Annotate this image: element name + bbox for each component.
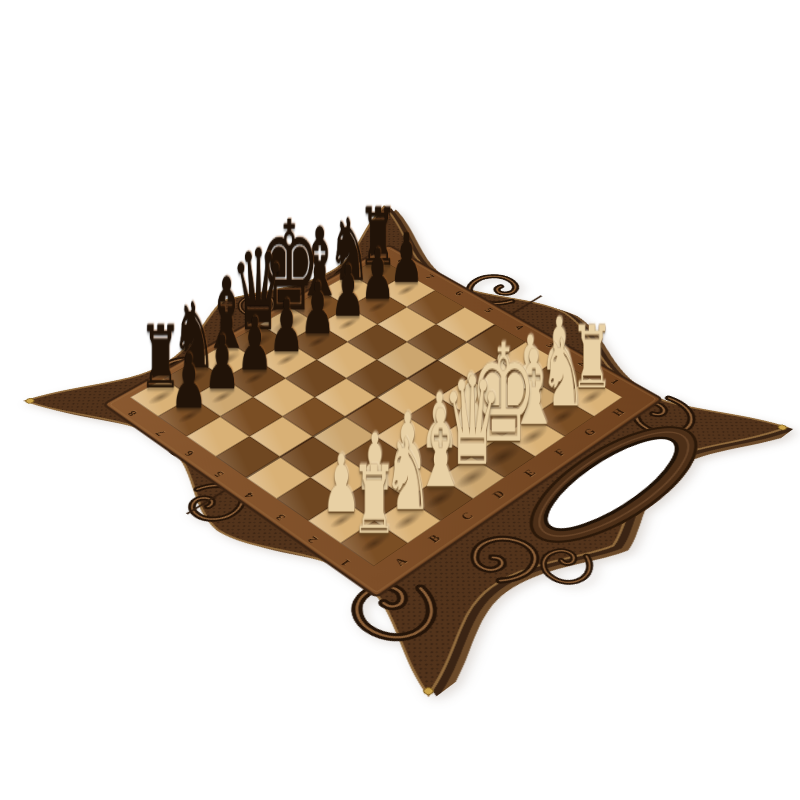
black-pawn[interactable]: ♟ bbox=[361, 240, 395, 310]
photo-scene: 87654321 87654321 ABCDEFGH ♜♞♝♛♚♝♞♜♟♟♟♟♟… bbox=[0, 0, 800, 800]
white-rook[interactable]: ♜ bbox=[351, 453, 397, 547]
black-pawn[interactable]: ♟ bbox=[237, 308, 273, 381]
black-pawn[interactable]: ♟ bbox=[331, 256, 366, 327]
black-pawn[interactable]: ♟ bbox=[300, 273, 335, 345]
black-pawn[interactable]: ♟ bbox=[204, 326, 240, 400]
chess-backgammon-case: 87654321 87654321 ABCDEFGH ♜♞♝♛♚♝♞♜♟♟♟♟♟… bbox=[17, 202, 795, 702]
product-photo: 87654321 87654321 ABCDEFGH ♜♞♝♛♚♝♞♜♟♟♟♟♟… bbox=[0, 0, 800, 800]
black-pawn[interactable]: ♟ bbox=[269, 290, 305, 363]
black-pawn[interactable]: ♟ bbox=[170, 345, 207, 420]
